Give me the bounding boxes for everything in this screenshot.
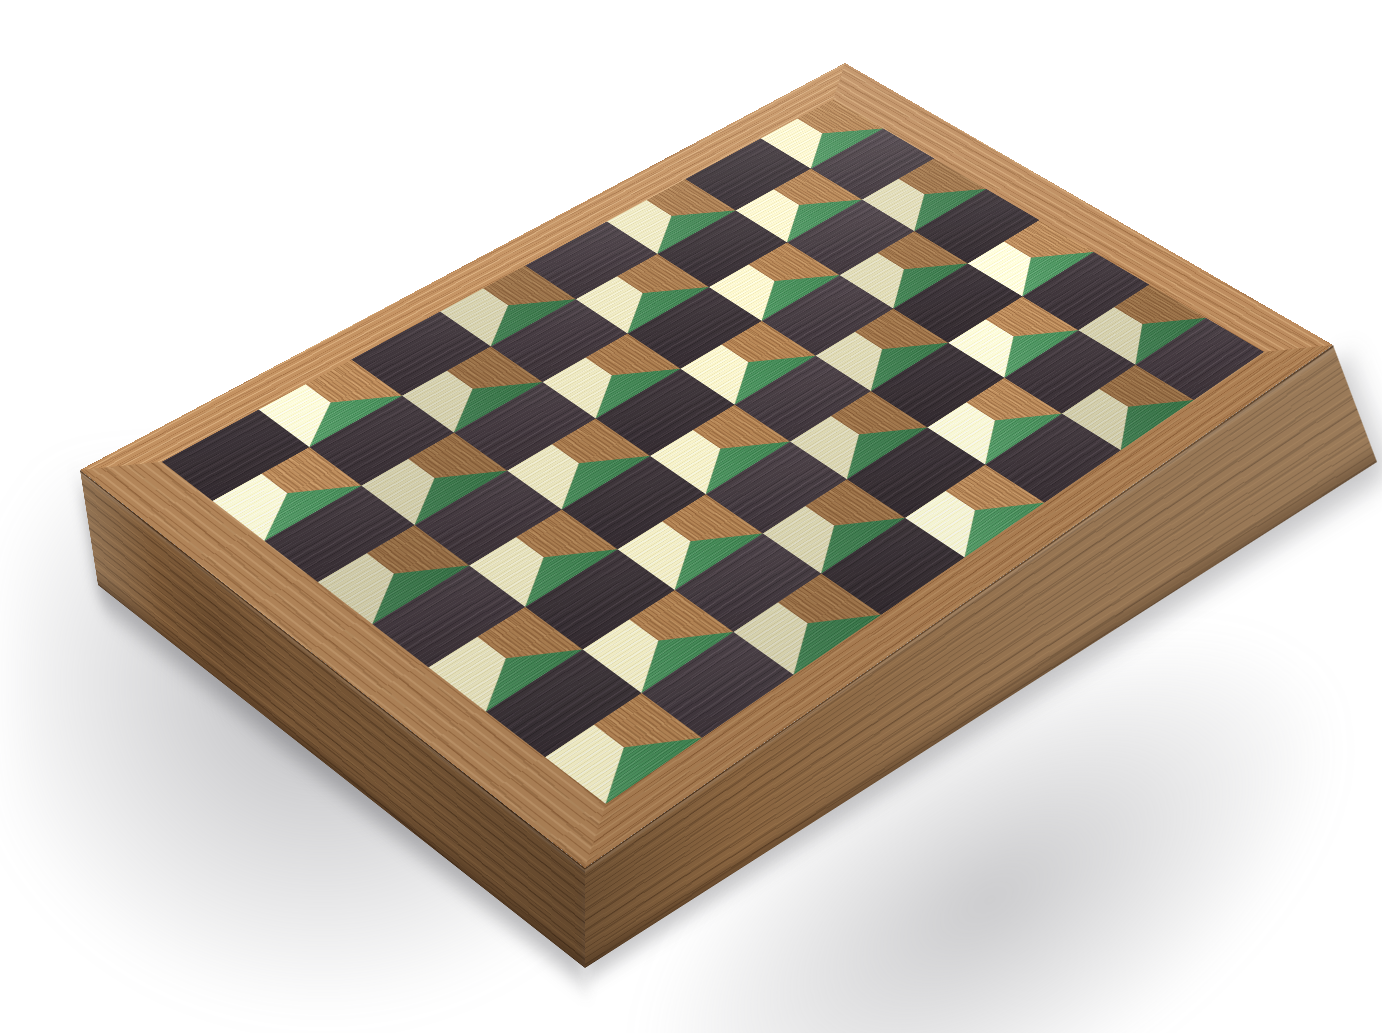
scene <box>0 0 1382 1033</box>
